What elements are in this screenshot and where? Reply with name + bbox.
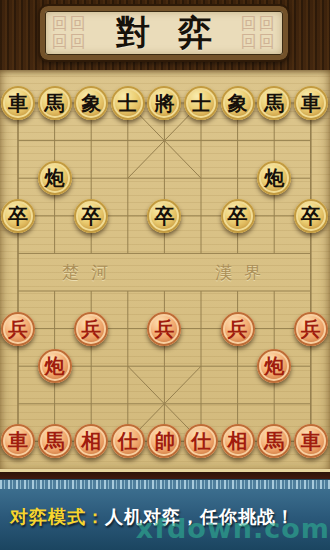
piece-black-r1c5[interactable]: 將 (147, 86, 181, 120)
board-grid (0, 70, 330, 469)
piece-red-r7c5[interactable]: 兵 (147, 312, 181, 346)
piece-black-r4c3[interactable]: 卒 (74, 199, 108, 233)
piece-black-r1c7[interactable]: 象 (221, 86, 255, 120)
piece-black-r1c8[interactable]: 馬 (257, 86, 291, 120)
piece-red-r7c7[interactable]: 兵 (221, 312, 255, 346)
plaque-ornament-right-icon: 回回回回 (240, 15, 277, 51)
piece-red-r10c5[interactable]: 帥 (147, 424, 181, 458)
piece-red-r10c6[interactable]: 仕 (184, 424, 218, 458)
piece-red-r7c9[interactable]: 兵 (294, 312, 328, 346)
page-title: 對弈 (88, 10, 240, 56)
piece-red-r10c9[interactable]: 車 (294, 424, 328, 458)
river-label-right: 漢界 (203, 261, 273, 284)
piece-red-r10c3[interactable]: 相 (74, 424, 108, 458)
piece-black-r1c9[interactable]: 車 (294, 86, 328, 120)
title-plaque: 回回回回 對弈 回回回回 (40, 6, 288, 60)
piece-red-r8c2[interactable]: 炮 (38, 349, 72, 383)
piece-red-r8c8[interactable]: 炮 (257, 349, 291, 383)
piece-red-r10c4[interactable]: 仕 (111, 424, 145, 458)
piece-black-r4c5[interactable]: 卒 (147, 199, 181, 233)
mode-label: 对弈模式： (10, 506, 105, 527)
piece-black-r3c8[interactable]: 炮 (257, 161, 291, 195)
piece-red-r7c1[interactable]: 兵 (1, 312, 35, 346)
board-frame-bottom (0, 472, 330, 479)
mode-message: 人机对弈，任你挑战！ (105, 506, 295, 527)
plaque-ornament-left-icon: 回回回回 (51, 15, 88, 51)
mode-line: 对弈模式：人机对弈，任你挑战！ (10, 505, 295, 529)
piece-black-r4c1[interactable]: 卒 (1, 199, 35, 233)
status-bar: 对弈模式：人机对弈，任你挑战！ xfdown.com (0, 489, 330, 550)
piece-red-r10c2[interactable]: 馬 (38, 424, 72, 458)
piece-black-r1c2[interactable]: 馬 (38, 86, 72, 120)
piece-black-r4c7[interactable]: 卒 (221, 199, 255, 233)
board[interactable]: 楚河 漢界 車馬象士將士象馬車炮炮卒卒卒卒卒兵兵兵兵兵炮炮車馬相仕帥仕相馬車 (0, 70, 330, 472)
river: 楚河 漢界 (18, 254, 311, 291)
piece-black-r1c6[interactable]: 士 (184, 86, 218, 120)
piece-black-r3c2[interactable]: 炮 (38, 161, 72, 195)
piece-red-r10c8[interactable]: 馬 (257, 424, 291, 458)
piece-red-r10c1[interactable]: 車 (1, 424, 35, 458)
piece-black-r1c4[interactable]: 士 (111, 86, 145, 120)
piece-red-r10c7[interactable]: 相 (221, 424, 255, 458)
river-label-left: 楚河 (50, 261, 120, 284)
xiangqi-app-screen: 回回回回 對弈 回回回回 楚河 漢界 車馬象士將士象馬車炮炮卒卒卒卒卒兵兵兵兵兵… (0, 0, 330, 550)
piece-black-r4c9[interactable]: 卒 (294, 199, 328, 233)
piece-black-r1c3[interactable]: 象 (74, 86, 108, 120)
piece-black-r1c1[interactable]: 車 (1, 86, 35, 120)
piece-red-r7c3[interactable]: 兵 (74, 312, 108, 346)
